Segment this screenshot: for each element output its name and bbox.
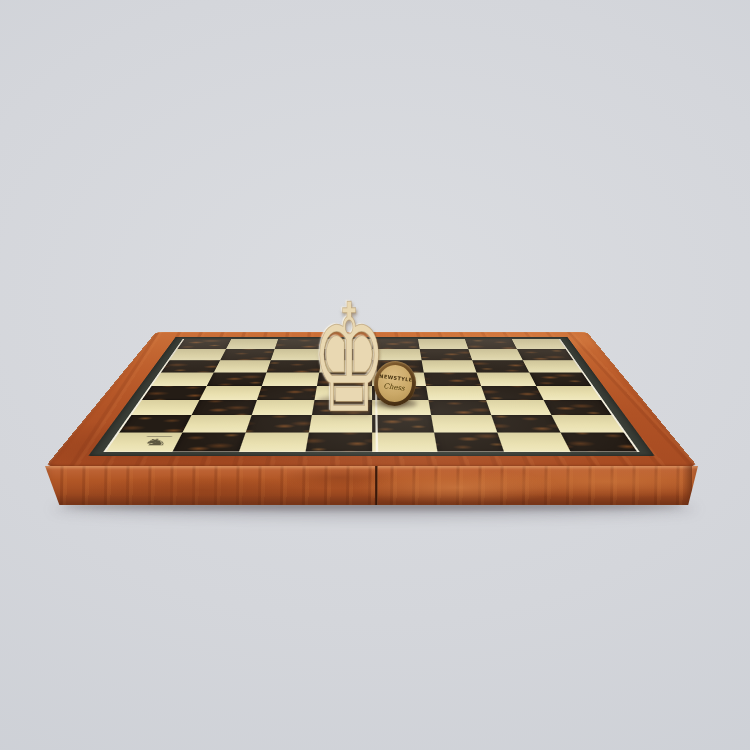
knight-logo-icon: ♞ bbox=[139, 438, 172, 447]
square-c2 bbox=[214, 360, 271, 372]
square-b7 bbox=[469, 349, 523, 360]
square-b6 bbox=[420, 349, 472, 360]
square-h6 bbox=[435, 433, 505, 452]
square-d2 bbox=[207, 372, 266, 385]
square-c8 bbox=[523, 360, 582, 372]
square-f8 bbox=[544, 400, 612, 416]
square-h7 bbox=[498, 433, 571, 452]
box-lid-label: NEWSTYLE Chess bbox=[376, 363, 414, 404]
square-c7 bbox=[473, 360, 530, 372]
square-a7 bbox=[465, 339, 517, 349]
square-g2 bbox=[182, 415, 251, 432]
square-g3 bbox=[245, 415, 311, 432]
square-e1 bbox=[142, 386, 207, 400]
maker-stamp: ♞ bbox=[122, 433, 190, 450]
square-a8 bbox=[512, 339, 566, 349]
square-g8 bbox=[552, 415, 624, 432]
square-b1 bbox=[169, 349, 225, 360]
square-f1 bbox=[131, 400, 199, 416]
square-d8 bbox=[529, 372, 591, 385]
square-g7 bbox=[492, 415, 561, 432]
square-g1 bbox=[119, 415, 191, 432]
square-h3 bbox=[239, 433, 309, 452]
square-e8 bbox=[536, 386, 601, 400]
frame-front-face bbox=[45, 466, 698, 505]
square-a6 bbox=[418, 339, 468, 349]
square-e6 bbox=[426, 386, 486, 400]
square-a1 bbox=[177, 339, 231, 349]
chessboard-photo: ♞ ♚ NEWSTYLE Chess bbox=[0, 0, 750, 750]
square-f3 bbox=[251, 400, 314, 416]
square-b8 bbox=[517, 349, 573, 360]
square-c6 bbox=[422, 360, 477, 372]
square-d7 bbox=[477, 372, 536, 385]
white-king-piece: ♚ bbox=[311, 284, 378, 444]
square-f6 bbox=[429, 400, 492, 416]
square-d6 bbox=[424, 372, 481, 385]
square-g6 bbox=[432, 415, 498, 432]
square-d3 bbox=[262, 372, 319, 385]
square-e2 bbox=[199, 386, 261, 400]
brand-script-text: Chess bbox=[384, 383, 406, 393]
square-e7 bbox=[481, 386, 543, 400]
square-h8 bbox=[561, 433, 637, 452]
square-d1 bbox=[152, 372, 214, 385]
fold-gap bbox=[375, 466, 378, 505]
square-a2 bbox=[226, 339, 278, 349]
square-c1 bbox=[161, 360, 220, 372]
square-f2 bbox=[191, 400, 257, 416]
square-e3 bbox=[257, 386, 317, 400]
square-b2 bbox=[220, 349, 274, 360]
square-f7 bbox=[486, 400, 552, 416]
